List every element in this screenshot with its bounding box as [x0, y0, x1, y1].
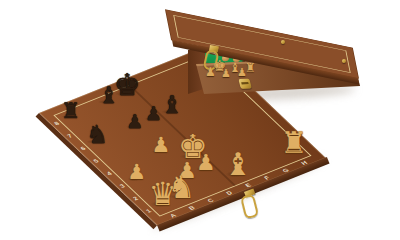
piece-black-rook-a8: ♜ [61, 99, 81, 121]
piece-white-pawn-c4: ♟ [152, 135, 171, 156]
piece-black-pawn-c6: ♟ [126, 112, 143, 131]
piece-white-knight-b1: ♞ [168, 171, 196, 202]
piece-white-bishop-e1: ♝ [224, 149, 252, 180]
piece-white-pawn-d2: ♟ [196, 152, 216, 174]
stored-standing-rook: ♜ [245, 62, 256, 74]
board-keeper-loop [240, 194, 259, 220]
piece-black-bishop-e6: ♝ [161, 92, 183, 117]
box-hinge-icon [281, 40, 285, 44]
piece-black-knight-a6: ♞ [86, 122, 108, 147]
box-hinge-icon [342, 59, 346, 63]
tray-latch [238, 79, 252, 89]
piece-white-rook-h1: ♜ [281, 127, 308, 157]
piece-black-king-d8: ♚ [114, 70, 141, 100]
piece-black-pawn-d6: ♟ [145, 104, 162, 123]
piece-white-pawn-a3: ♟ [127, 162, 146, 183]
chess-set-photo: 87654321 ABCDEFGH ♜♝♚♞♟♟♝♟♟♚♟♟♛♞♝♜ ♟♚♟♝♟… [0, 0, 400, 240]
